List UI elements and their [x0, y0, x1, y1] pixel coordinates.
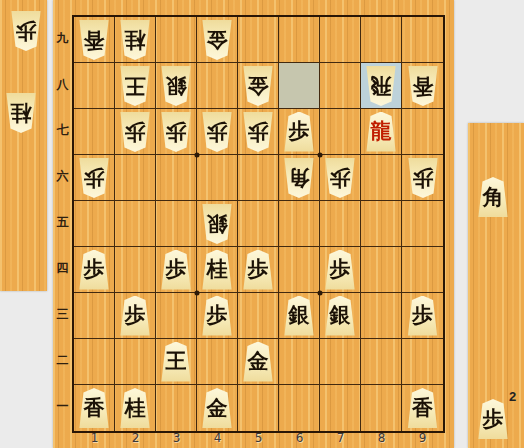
board-grid: 香桂金王銀金飛香歩歩歩歩歩龍歩角歩歩銀歩歩桂歩歩歩歩銀銀歩王金香桂金香 [72, 15, 445, 433]
square-1五[interactable] [74, 201, 115, 247]
square-4七[interactable]: 歩 [197, 109, 238, 155]
piece-5二-金[interactable]: 金 [241, 342, 275, 382]
rank-label-八: 八 [53, 61, 72, 107]
piece-9一-香[interactable]: 香 [406, 388, 440, 428]
square-8七[interactable]: 龍 [361, 109, 402, 155]
piece-2三-歩[interactable]: 歩 [118, 296, 152, 336]
file-label-9: 9 [402, 431, 443, 446]
square-2一[interactable]: 桂 [115, 385, 156, 431]
piece-1一-香[interactable]: 香 [77, 388, 111, 428]
square-8八[interactable]: 飛 [361, 63, 402, 109]
piece-3七-歩[interactable]: 歩 [159, 112, 193, 152]
file-label-2: 2 [115, 431, 156, 446]
gote-hand-stand: 角歩2 [468, 123, 524, 448]
square-7六[interactable]: 歩 [320, 155, 361, 201]
piece-7三-銀[interactable]: 銀 [323, 296, 357, 336]
piece-5七-歩[interactable]: 歩 [241, 112, 275, 152]
square-7四[interactable]: 歩 [320, 247, 361, 293]
square-1二[interactable] [74, 339, 115, 385]
square-2四[interactable] [115, 247, 156, 293]
piece-4七-歩[interactable]: 歩 [200, 112, 234, 152]
square-7七[interactable] [320, 109, 361, 155]
file-label-1: 1 [74, 431, 115, 446]
square-2五[interactable] [115, 201, 156, 247]
square-4六[interactable] [197, 155, 238, 201]
square-8五[interactable] [361, 201, 402, 247]
hand-piece-歩[interactable]: 歩 [9, 11, 43, 51]
square-7九[interactable] [320, 17, 361, 63]
square-7三[interactable]: 銀 [320, 293, 361, 339]
file-label-6: 6 [279, 431, 320, 446]
rank-label-四: 四 [53, 245, 72, 291]
star-point [318, 153, 323, 158]
piece-6六-角[interactable]: 角 [282, 158, 316, 198]
piece-7六-歩[interactable]: 歩 [323, 158, 357, 198]
file-label-3: 3 [156, 431, 197, 446]
square-1一[interactable]: 香 [74, 385, 115, 431]
square-3一[interactable] [156, 385, 197, 431]
hand-piece-歩[interactable]: 歩 [476, 399, 510, 439]
square-9七[interactable] [402, 109, 443, 155]
sente-hand-stand: 歩桂 [0, 0, 47, 291]
hand-piece-count: 2 [509, 389, 516, 404]
square-5五[interactable] [238, 201, 279, 247]
square-8四[interactable] [361, 247, 402, 293]
square-4五[interactable]: 銀 [197, 201, 238, 247]
square-1八[interactable] [74, 63, 115, 109]
square-8九[interactable] [361, 17, 402, 63]
piece-1六-歩[interactable]: 歩 [77, 158, 111, 198]
piece-4三-歩[interactable]: 歩 [200, 296, 234, 336]
square-2八[interactable]: 王 [115, 63, 156, 109]
piece-3二-王[interactable]: 王 [159, 342, 193, 382]
square-4一[interactable]: 金 [197, 385, 238, 431]
square-3四[interactable]: 歩 [156, 247, 197, 293]
square-3八[interactable]: 銀 [156, 63, 197, 109]
square-5九[interactable] [238, 17, 279, 63]
square-3七[interactable]: 歩 [156, 109, 197, 155]
file-label-8: 8 [361, 431, 402, 446]
square-2六[interactable] [115, 155, 156, 201]
square-4九[interactable]: 金 [197, 17, 238, 63]
square-1四[interactable]: 歩 [74, 247, 115, 293]
star-point [195, 291, 200, 296]
piece-6三-銀[interactable]: 銀 [282, 296, 316, 336]
piece-3八-銀[interactable]: 銀 [159, 66, 193, 106]
square-6四[interactable] [279, 247, 320, 293]
piece-8七-龍[interactable]: 龍 [364, 112, 398, 152]
square-7五[interactable] [320, 201, 361, 247]
square-4二[interactable] [197, 339, 238, 385]
square-6七[interactable]: 歩 [279, 109, 320, 155]
square-7二[interactable] [320, 339, 361, 385]
square-4八[interactable] [197, 63, 238, 109]
square-1六[interactable]: 歩 [74, 155, 115, 201]
square-8六[interactable] [361, 155, 402, 201]
square-9一[interactable]: 香 [402, 385, 443, 431]
shogi-board-panel: 香桂金王銀金飛香歩歩歩歩歩龍歩角歩歩銀歩歩桂歩歩歩歩銀銀歩王金香桂金香 九八七六… [53, 0, 454, 448]
shogi-app: 歩桂 香桂金王銀金飛香歩歩歩歩歩龍歩角歩歩銀歩歩桂歩歩歩歩銀銀歩王金香桂金香 九… [0, 0, 524, 448]
hand-piece-桂[interactable]: 桂 [4, 93, 38, 133]
square-3二[interactable]: 王 [156, 339, 197, 385]
star-point [318, 291, 323, 296]
square-1七[interactable] [74, 109, 115, 155]
piece-5八-金[interactable]: 金 [241, 66, 275, 106]
square-5一[interactable] [238, 385, 279, 431]
square-5六[interactable] [238, 155, 279, 201]
piece-9六-歩[interactable]: 歩 [406, 158, 440, 198]
piece-7四-歩[interactable]: 歩 [323, 250, 357, 290]
file-label-7: 7 [320, 431, 361, 446]
square-8二[interactable] [361, 339, 402, 385]
rank-label-六: 六 [53, 153, 72, 199]
square-5八[interactable]: 金 [238, 63, 279, 109]
file-label-5: 5 [238, 431, 279, 446]
square-6三[interactable]: 銀 [279, 293, 320, 339]
square-3三[interactable] [156, 293, 197, 339]
piece-8八-飛[interactable]: 飛 [364, 66, 398, 106]
rank-label-九: 九 [53, 15, 72, 61]
square-8三[interactable] [361, 293, 402, 339]
square-3六[interactable] [156, 155, 197, 201]
square-6六[interactable]: 角 [279, 155, 320, 201]
square-6九[interactable] [279, 17, 320, 63]
piece-2一-桂[interactable]: 桂 [118, 388, 152, 428]
piece-9八-香[interactable]: 香 [406, 66, 440, 106]
square-9九[interactable] [402, 17, 443, 63]
piece-3四-歩[interactable]: 歩 [159, 250, 193, 290]
star-point [195, 153, 200, 158]
piece-2九-桂[interactable]: 桂 [118, 20, 152, 60]
rank-label-五: 五 [53, 199, 72, 245]
square-1九[interactable]: 香 [74, 17, 115, 63]
square-2三[interactable]: 歩 [115, 293, 156, 339]
square-6二[interactable] [279, 339, 320, 385]
piece-4一-金[interactable]: 金 [200, 388, 234, 428]
square-7一[interactable] [320, 385, 361, 431]
piece-2八-王[interactable]: 王 [118, 66, 152, 106]
square-5四[interactable]: 歩 [238, 247, 279, 293]
square-6五[interactable] [279, 201, 320, 247]
rank-label-七: 七 [53, 107, 72, 153]
square-2九[interactable]: 桂 [115, 17, 156, 63]
piece-4九-金[interactable]: 金 [200, 20, 234, 60]
piece-1九-香[interactable]: 香 [77, 20, 111, 60]
square-6八[interactable] [279, 63, 320, 109]
piece-9三-歩[interactable]: 歩 [406, 296, 440, 336]
square-3九[interactable] [156, 17, 197, 63]
square-6一[interactable] [279, 385, 320, 431]
square-4三[interactable]: 歩 [197, 293, 238, 339]
square-5七[interactable]: 歩 [238, 109, 279, 155]
square-8一[interactable] [361, 385, 402, 431]
square-9八[interactable]: 香 [402, 63, 443, 109]
square-5三[interactable] [238, 293, 279, 339]
square-9三[interactable]: 歩 [402, 293, 443, 339]
rank-label-一: 一 [53, 383, 72, 429]
piece-5四-歩[interactable]: 歩 [241, 250, 275, 290]
square-1三[interactable] [74, 293, 115, 339]
rank-label-三: 三 [53, 291, 72, 337]
square-7八[interactable] [320, 63, 361, 109]
square-4四[interactable]: 桂 [197, 247, 238, 293]
piece-2七-歩[interactable]: 歩 [118, 112, 152, 152]
file-label-4: 4 [197, 431, 238, 446]
piece-6七-歩[interactable]: 歩 [282, 112, 316, 152]
square-9五[interactable] [402, 201, 443, 247]
square-3五[interactable] [156, 201, 197, 247]
piece-4五-銀[interactable]: 銀 [200, 204, 234, 244]
piece-4四-桂[interactable]: 桂 [200, 250, 234, 290]
piece-1四-歩[interactable]: 歩 [77, 250, 111, 290]
square-9四[interactable] [402, 247, 443, 293]
square-2七[interactable]: 歩 [115, 109, 156, 155]
square-5二[interactable]: 金 [238, 339, 279, 385]
rank-label-二: 二 [53, 337, 72, 383]
hand-piece-角[interactable]: 角 [476, 177, 510, 217]
square-2二[interactable] [115, 339, 156, 385]
square-9二[interactable] [402, 339, 443, 385]
square-9六[interactable]: 歩 [402, 155, 443, 201]
